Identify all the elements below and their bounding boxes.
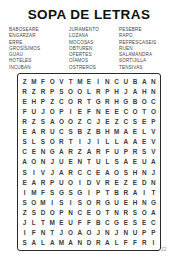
grid-cell[interactable]: E bbox=[20, 127, 29, 137]
grid-cell[interactable]: T bbox=[66, 137, 75, 147]
grid-cell[interactable]: N bbox=[112, 208, 121, 218]
grid-cell[interactable]: O bbox=[75, 86, 84, 96]
grid-cell[interactable]: E bbox=[140, 218, 149, 228]
grid-cell[interactable]: O bbox=[66, 116, 75, 126]
grid-cell[interactable]: P bbox=[149, 228, 158, 238]
grid-cell[interactable]: P bbox=[103, 86, 112, 96]
grid-cell[interactable]: Z bbox=[112, 116, 121, 126]
grid-cell[interactable]: J bbox=[84, 137, 93, 147]
grid-cell[interactable]: T bbox=[66, 76, 75, 86]
grid-cell[interactable]: E bbox=[84, 76, 93, 86]
grid-cell[interactable]: O bbox=[48, 137, 57, 147]
grid-cell[interactable]: H bbox=[140, 86, 149, 96]
grid-cell[interactable]: G bbox=[75, 187, 84, 197]
grid-cell[interactable]: U bbox=[57, 177, 66, 187]
grid-cell[interactable]: I bbox=[149, 238, 158, 248]
grid-cell[interactable]: E bbox=[130, 127, 139, 137]
grid-cell[interactable]: H bbox=[103, 127, 112, 137]
grid-cell[interactable]: S bbox=[29, 208, 38, 218]
grid-cell[interactable]: T bbox=[84, 96, 93, 106]
grid-cell[interactable]: N bbox=[103, 76, 112, 86]
grid-cell[interactable]: L bbox=[140, 127, 149, 137]
grid-cell[interactable]: C bbox=[121, 106, 130, 116]
grid-cell[interactable]: S bbox=[20, 167, 29, 177]
grid-cell[interactable]: F bbox=[20, 106, 29, 116]
grid-cell[interactable]: J bbox=[94, 228, 103, 238]
grid-cell[interactable]: O bbox=[140, 96, 149, 106]
grid-cell[interactable]: S bbox=[20, 197, 29, 207]
grid-cell[interactable]: R bbox=[38, 177, 47, 187]
grid-cell[interactable]: S bbox=[130, 208, 139, 218]
grid-cell[interactable]: F bbox=[121, 238, 130, 248]
grid-cell[interactable]: N bbox=[140, 167, 149, 177]
grid-cell[interactable]: A bbox=[130, 86, 139, 96]
grid-cell[interactable]: R bbox=[38, 86, 47, 96]
grid-cell[interactable]: I bbox=[75, 177, 84, 187]
grid-cell[interactable]: E bbox=[121, 218, 130, 228]
grid-cell[interactable]: H bbox=[29, 96, 38, 106]
grid-cell[interactable]: J bbox=[38, 106, 47, 116]
grid-cell[interactable]: H bbox=[130, 167, 139, 177]
grid-cell[interactable]: E bbox=[130, 157, 139, 167]
grid-cell[interactable]: M bbox=[29, 187, 38, 197]
grid-cell[interactable]: H bbox=[112, 96, 121, 106]
grid-cell[interactable]: S bbox=[57, 86, 66, 96]
grid-cell[interactable]: C bbox=[57, 96, 66, 106]
grid-cell[interactable]: R bbox=[20, 86, 29, 96]
grid-cell[interactable]: C bbox=[75, 208, 84, 218]
grid-cell[interactable]: E bbox=[103, 106, 112, 116]
grid-cell[interactable]: J bbox=[112, 228, 121, 238]
grid-cell[interactable]: I bbox=[29, 167, 38, 177]
grid-cell[interactable]: J bbox=[48, 157, 57, 167]
grid-cell[interactable]: F bbox=[38, 187, 47, 197]
grid-cell[interactable]: I bbox=[66, 106, 75, 116]
grid-cell[interactable]: V bbox=[57, 76, 66, 86]
grid-cell[interactable]: P bbox=[57, 106, 66, 116]
grid-cell[interactable]: R bbox=[121, 187, 130, 197]
grid-cell[interactable]: A bbox=[75, 228, 84, 238]
grid-cell[interactable]: O bbox=[66, 86, 75, 96]
grid-cell[interactable]: O bbox=[66, 96, 75, 106]
grid-cell[interactable]: O bbox=[84, 197, 93, 207]
grid-cell[interactable]: E bbox=[84, 208, 93, 218]
grid-cell[interactable]: D bbox=[38, 208, 47, 218]
grid-cell[interactable]: O bbox=[66, 177, 75, 187]
grid-cell[interactable]: J bbox=[48, 167, 57, 177]
page-title: SOPA DE LETRAS bbox=[0, 0, 178, 22]
grid-cell[interactable]: C bbox=[20, 147, 29, 157]
grid-cell[interactable]: U bbox=[130, 228, 139, 238]
grid-cell[interactable]: Z bbox=[84, 127, 93, 137]
grid-cell[interactable]: E bbox=[66, 157, 75, 167]
grid-cell[interactable]: I bbox=[140, 187, 149, 197]
grid-cell[interactable]: J bbox=[20, 218, 29, 228]
grid-cell[interactable]: L bbox=[103, 137, 112, 147]
grid-cell[interactable]: C bbox=[121, 116, 130, 126]
grid-cell[interactable]: A bbox=[57, 147, 66, 157]
grid-cell[interactable]: I bbox=[48, 197, 57, 207]
grid-cell[interactable]: N bbox=[140, 197, 149, 207]
grid-cell[interactable]: N bbox=[75, 157, 84, 167]
grid-cell[interactable]: N bbox=[38, 147, 47, 157]
grid-cell[interactable]: B bbox=[130, 76, 139, 86]
grid-cell[interactable]: R bbox=[121, 208, 130, 218]
grid-cell[interactable]: R bbox=[66, 147, 75, 157]
grid-cell[interactable]: I bbox=[75, 137, 84, 147]
grid-cell[interactable]: I bbox=[84, 187, 93, 197]
letter-grid: ZMFOVTMEINCUBANRZRPSOOLRPHJAHNEHPZCORTGR… bbox=[17, 73, 161, 251]
grid-cell[interactable]: O bbox=[48, 208, 57, 218]
grid-cell[interactable]: N bbox=[149, 76, 158, 86]
grid-cell[interactable]: F bbox=[75, 218, 84, 228]
grid-cell[interactable]: E bbox=[75, 106, 84, 116]
grid-cell[interactable]: G bbox=[149, 197, 158, 207]
word-list-column: BABOSEAREENGARZARERREGROSÍSIMOSGUAUHOTEL… bbox=[9, 27, 69, 71]
grid-cell[interactable]: R bbox=[38, 127, 47, 137]
grid-cell[interactable]: H bbox=[112, 86, 121, 96]
grid-cell[interactable]: Z bbox=[75, 116, 84, 126]
grid-cell[interactable]: P bbox=[48, 177, 57, 187]
grid-cell[interactable]: U bbox=[66, 218, 75, 228]
grid-cell[interactable]: A bbox=[84, 147, 93, 157]
grid-cell[interactable]: R bbox=[57, 137, 66, 147]
grid-cell[interactable]: S bbox=[57, 197, 66, 207]
word-list-item: INCUBAN bbox=[9, 65, 69, 71]
grid-cell[interactable]: M bbox=[57, 238, 66, 248]
grid-cell[interactable]: I bbox=[66, 197, 75, 207]
grid-cell[interactable]: F bbox=[29, 228, 38, 238]
grid-cell[interactable]: R bbox=[94, 147, 103, 157]
grid-cell[interactable]: Z bbox=[29, 86, 38, 96]
grid-cell[interactable]: S bbox=[130, 218, 139, 228]
grid-cell[interactable]: T bbox=[103, 208, 112, 218]
grid-cell[interactable]: R bbox=[94, 238, 103, 248]
grid-cell[interactable]: O bbox=[66, 228, 75, 238]
grid-cell[interactable]: Z bbox=[121, 177, 130, 187]
grid-cell[interactable]: P bbox=[140, 228, 149, 238]
grid-cell[interactable]: A bbox=[121, 157, 130, 167]
grid-cell[interactable]: Z bbox=[20, 208, 29, 218]
grid-cell[interactable]: U bbox=[57, 157, 66, 167]
grid-cell[interactable]: C bbox=[149, 96, 158, 106]
grid-cell[interactable]: A bbox=[130, 137, 139, 147]
grid-cell[interactable]: T bbox=[48, 228, 57, 238]
grid-cell[interactable]: P bbox=[57, 208, 66, 218]
grid-cell[interactable]: I bbox=[94, 76, 103, 86]
grid-cell[interactable]: F bbox=[84, 106, 93, 116]
grid-cell[interactable]: A bbox=[121, 137, 130, 147]
grid-cell[interactable]: O bbox=[112, 167, 121, 177]
grid-cell[interactable]: H bbox=[130, 197, 139, 207]
grid-cell[interactable]: N bbox=[149, 177, 158, 187]
grid-cell[interactable]: T bbox=[84, 157, 93, 167]
page-number: 13 bbox=[161, 247, 166, 252]
grid-cell[interactable]: R bbox=[66, 167, 75, 177]
grid-cell[interactable]: G bbox=[112, 218, 121, 228]
grid-cell[interactable]: A bbox=[29, 127, 38, 137]
grid-cell[interactable]: L bbox=[112, 238, 121, 248]
grid-cell[interactable]: N bbox=[75, 238, 84, 248]
grid-cell[interactable]: R bbox=[103, 177, 112, 187]
grid-cell[interactable]: Z bbox=[29, 116, 38, 126]
grid-cell[interactable]: F bbox=[103, 147, 112, 157]
grid-cell[interactable]: C bbox=[84, 116, 93, 126]
grid-cell[interactable]: A bbox=[103, 238, 112, 248]
grid-cell[interactable]: L bbox=[38, 238, 47, 248]
grid-cell[interactable]: C bbox=[84, 167, 93, 177]
grid-cell[interactable]: T bbox=[149, 187, 158, 197]
grid-cell[interactable]: Z bbox=[75, 147, 84, 157]
grid-cell[interactable]: N bbox=[38, 228, 47, 238]
grid-cell[interactable]: B bbox=[130, 96, 139, 106]
grid-cell[interactable]: S bbox=[38, 116, 47, 126]
grid-cell[interactable]: V bbox=[149, 127, 158, 137]
grid-cell[interactable]: L bbox=[29, 137, 38, 147]
grid-cell[interactable]: B bbox=[94, 127, 103, 137]
grid-cell[interactable]: A bbox=[130, 187, 139, 197]
grid-cell[interactable]: E bbox=[94, 167, 103, 177]
grid-cell[interactable]: N bbox=[94, 106, 103, 116]
grid-cell[interactable]: U bbox=[112, 197, 121, 207]
grid-cell[interactable]: E bbox=[140, 116, 149, 126]
grid-cell[interactable]: M bbox=[29, 76, 38, 86]
grid-cell[interactable]: M bbox=[75, 76, 84, 86]
grid-cell[interactable]: F bbox=[130, 238, 139, 248]
grid-cell[interactable]: S bbox=[66, 127, 75, 137]
grid-cell[interactable]: T bbox=[38, 218, 47, 228]
grid-cell[interactable]: Z bbox=[20, 76, 29, 86]
grid-cell[interactable]: A bbox=[103, 167, 112, 177]
grid-cell[interactable]: V bbox=[149, 137, 158, 147]
grid-cell[interactable]: O bbox=[140, 208, 149, 218]
word-list-item: TENSIVAS bbox=[119, 65, 172, 71]
grid-cell[interactable]: S bbox=[75, 197, 84, 207]
grid-cell[interactable]: M bbox=[38, 197, 47, 207]
grid-cell[interactable]: R bbox=[20, 116, 29, 126]
grid-cell[interactable]: P bbox=[121, 147, 130, 157]
grid-cell[interactable]: D bbox=[84, 177, 93, 187]
grid-cell[interactable]: G bbox=[57, 187, 66, 197]
grid-cell[interactable]: A bbox=[29, 238, 38, 248]
grid-cell[interactable]: F bbox=[84, 218, 93, 228]
grid-cell[interactable]: M bbox=[112, 127, 121, 137]
grid-cell[interactable]: O bbox=[149, 106, 158, 116]
grid-cell[interactable]: E bbox=[130, 177, 139, 187]
grid-cell[interactable]: A bbox=[149, 157, 158, 167]
grid-cell[interactable]: V bbox=[149, 147, 158, 157]
grid-cell[interactable]: T bbox=[103, 187, 112, 197]
grid-cell[interactable]: N bbox=[66, 208, 75, 218]
grid-cell[interactable]: V bbox=[38, 167, 47, 177]
grid-cell[interactable]: B bbox=[94, 218, 103, 228]
grid-cell[interactable]: A bbox=[48, 116, 57, 126]
grid-cell[interactable]: N bbox=[121, 228, 130, 238]
grid-cell[interactable]: I bbox=[94, 137, 103, 147]
grid-cell[interactable]: L bbox=[112, 137, 121, 147]
grid-cell[interactable]: R bbox=[130, 147, 139, 157]
grid-cell[interactable]: M bbox=[48, 218, 57, 228]
grid-cell[interactable]: B bbox=[112, 187, 121, 197]
grid-cell[interactable]: P bbox=[48, 86, 57, 96]
grid-cell[interactable]: A bbox=[48, 238, 57, 248]
grid-cell[interactable]: S bbox=[121, 167, 130, 177]
puzzle-page: SOPA DE LETRAS BABOSEAREENGARZARERREGROS… bbox=[0, 0, 178, 259]
grid-cell[interactable]: O bbox=[29, 157, 38, 167]
word-list-column: PESEBRERAPOREFRESCASEISRUENSALAMANDRASOR… bbox=[119, 27, 172, 71]
grid-cell[interactable]: S bbox=[48, 187, 57, 197]
grid-cell[interactable]: G bbox=[103, 197, 112, 207]
grid-cell[interactable]: O bbox=[29, 197, 38, 207]
grid-cell[interactable]: P bbox=[94, 187, 103, 197]
grid-cell[interactable]: E bbox=[20, 177, 29, 187]
grid-cell[interactable]: S bbox=[20, 238, 29, 248]
grid-cell[interactable]: U bbox=[112, 147, 121, 157]
grid-cell[interactable]: J bbox=[94, 116, 103, 126]
grid-cell[interactable]: O bbox=[84, 228, 93, 238]
grid-cell[interactable]: V bbox=[94, 177, 103, 187]
grid-cell[interactable]: R bbox=[140, 238, 149, 248]
grid-cell[interactable]: S bbox=[112, 157, 121, 167]
grid-cell[interactable]: E bbox=[20, 96, 29, 106]
grid-cell[interactable]: A bbox=[20, 157, 29, 167]
grid-cell[interactable]: N bbox=[149, 86, 158, 96]
grid-cell[interactable]: G bbox=[94, 96, 103, 106]
grid-cell[interactable]: E bbox=[29, 147, 38, 157]
grid-cell[interactable]: A bbox=[66, 238, 75, 248]
grid-cell[interactable]: R bbox=[94, 197, 103, 207]
grid-cell[interactable]: L bbox=[103, 157, 112, 167]
grid-cell[interactable]: U bbox=[140, 157, 149, 167]
grid-cell[interactable]: F bbox=[38, 76, 47, 86]
grid-cell[interactable]: T bbox=[140, 106, 149, 116]
word-list-item: OSTREROS bbox=[69, 65, 119, 71]
grid-cell[interactable]: A bbox=[29, 177, 38, 187]
grid-cell[interactable]: D bbox=[84, 238, 93, 248]
grid-cell[interactable]: C bbox=[103, 218, 112, 228]
grid-cell[interactable]: S bbox=[38, 137, 47, 147]
grid-cell[interactable]: U bbox=[94, 157, 103, 167]
grid-cell[interactable]: C bbox=[112, 76, 121, 86]
word-list-column: JURAMENTOLOZANAMOCOSASOBTURENOFERTESOÍAM… bbox=[69, 27, 119, 71]
grid-cell[interactable]: G bbox=[48, 147, 57, 157]
grid-cell[interactable]: G bbox=[121, 96, 130, 106]
word-list: BABOSEAREENGARZARERREGROSÍSIMOSGUAUHOTEL… bbox=[0, 22, 178, 71]
grid-cell[interactable]: J bbox=[149, 167, 158, 177]
grid-cell[interactable]: D bbox=[140, 177, 149, 187]
grid-cell[interactable]: I bbox=[20, 187, 29, 197]
grid-cell[interactable]: O bbox=[48, 76, 57, 86]
grid-cell[interactable]: R bbox=[94, 86, 103, 96]
grid-cell[interactable]: E bbox=[112, 177, 121, 187]
grid-cell[interactable]: S bbox=[140, 147, 149, 157]
grid-cell[interactable]: O bbox=[130, 106, 139, 116]
grid-cell[interactable]: J bbox=[121, 86, 130, 96]
grid-cell[interactable]: Z bbox=[48, 96, 57, 106]
grid-cell[interactable]: R bbox=[103, 96, 112, 106]
grid-cell[interactable]: J bbox=[57, 228, 66, 238]
grid-cell[interactable]: P bbox=[149, 116, 158, 126]
grid-cell[interactable]: U bbox=[29, 106, 38, 116]
grid-cell[interactable]: U bbox=[121, 76, 130, 86]
grid-cell[interactable]: O bbox=[57, 116, 66, 126]
grid-cell[interactable]: A bbox=[149, 208, 158, 218]
grid-cell[interactable]: N bbox=[38, 157, 47, 167]
grid-cell[interactable]: L bbox=[29, 218, 38, 228]
grid-cell[interactable]: A bbox=[140, 76, 149, 86]
grid-cell[interactable]: C bbox=[75, 167, 84, 177]
grid-cell[interactable]: A bbox=[121, 127, 130, 137]
grid-cell[interactable]: U bbox=[48, 127, 57, 137]
grid-cell[interactable]: S bbox=[20, 137, 29, 147]
grid-cell[interactable]: O bbox=[94, 208, 103, 218]
grid-cell[interactable]: C bbox=[149, 218, 158, 228]
grid-cell[interactable]: O bbox=[48, 106, 57, 116]
grid-cell[interactable]: B bbox=[75, 127, 84, 137]
grid-cell[interactable]: I bbox=[20, 228, 29, 238]
grid-cell[interactable]: R bbox=[75, 96, 84, 106]
grid-cell[interactable]: E bbox=[140, 137, 149, 147]
grid-cell[interactable]: E bbox=[57, 218, 66, 228]
grid-cell[interactable]: L bbox=[84, 86, 93, 96]
grid-cell[interactable]: A bbox=[57, 167, 66, 177]
grid-cell[interactable]: S bbox=[130, 116, 139, 126]
grid-cell[interactable]: P bbox=[38, 96, 47, 106]
grid-cell[interactable]: C bbox=[57, 127, 66, 137]
grid-cell[interactable]: N bbox=[103, 228, 112, 238]
grid-cell[interactable]: S bbox=[66, 187, 75, 197]
grid-cell[interactable]: E bbox=[112, 106, 121, 116]
grid-cell[interactable]: E bbox=[103, 116, 112, 126]
grid-cell[interactable]: E bbox=[121, 197, 130, 207]
